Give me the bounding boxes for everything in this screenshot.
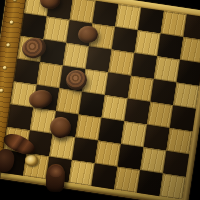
dark-piece-p2[interactable] — [78, 26, 98, 43]
dark-piece-p1[interactable] — [40, 0, 60, 9]
dark-piece-p4[interactable] — [66, 70, 87, 90]
light-piece-p9[interactable] — [25, 155, 38, 166]
dark-piece-p10[interactable] — [45, 164, 65, 193]
photo-layer — [0, 0, 200, 200]
dark-piece-p6[interactable] — [49, 116, 73, 140]
dark-piece-p8[interactable] — [0, 148, 16, 174]
pieces-layer — [0, 0, 200, 200]
board-photo — [0, 0, 200, 200]
dark-piece-p5[interactable] — [28, 88, 54, 110]
dark-piece-p3[interactable] — [20, 35, 48, 61]
